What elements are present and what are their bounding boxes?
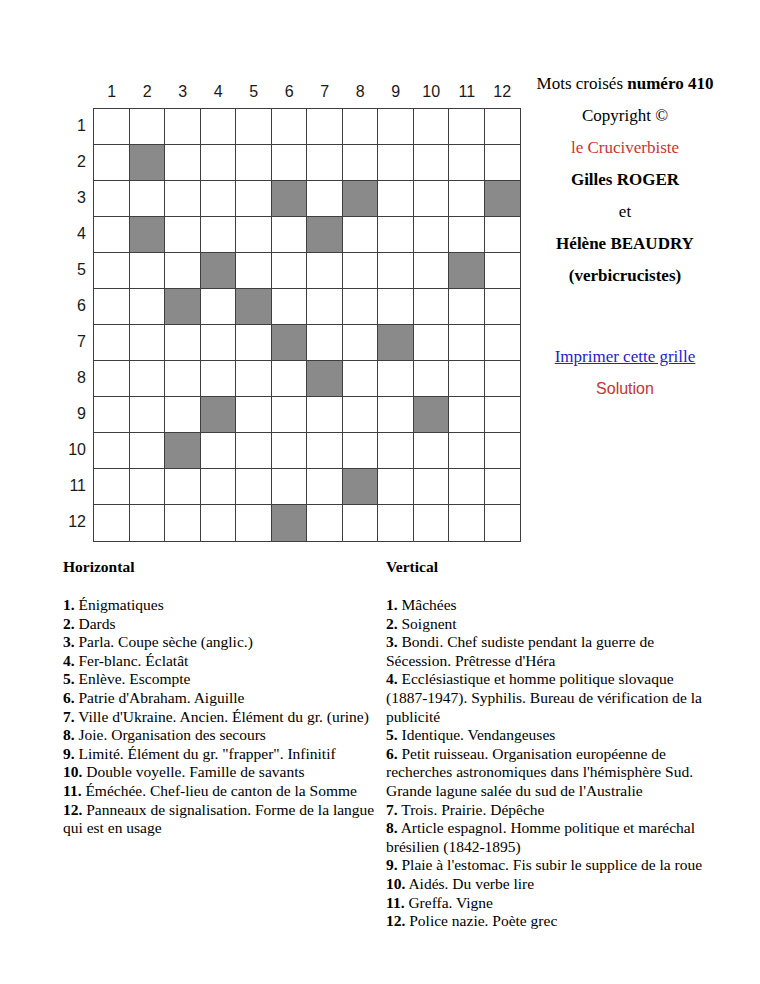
grid-cell-r12-c3 <box>165 505 201 541</box>
grid-cell-r3-c9 <box>378 181 414 217</box>
row-label-8: 8 <box>52 360 86 396</box>
grid-cell-r2-c12 <box>485 145 521 181</box>
clue-v-6: 6. Petit ruisseau. Organisation européen… <box>386 745 713 801</box>
clue-h-5: 5. Enlève. Escompte <box>63 670 383 689</box>
grid-cell-r5-c5 <box>236 253 272 289</box>
grid-cell-r12-c2 <box>130 505 166 541</box>
grid-cell-r5-c9 <box>378 253 414 289</box>
grid-cell-r4-c5 <box>236 217 272 253</box>
blocked-cell-r8-c7 <box>307 361 343 397</box>
grid-cell-r1-c3 <box>165 109 201 145</box>
col-label-7: 7 <box>307 80 343 104</box>
grid-cell-r7-c4 <box>201 325 237 361</box>
grid-cell-r7-c2 <box>130 325 166 361</box>
grid-cell-r1-c5 <box>236 109 272 145</box>
horizontal-clues-title: Horizontal <box>63 558 134 576</box>
clue-number: 7. <box>63 708 75 725</box>
clue-number: 2. <box>63 615 75 632</box>
grid-cell-r7-c8 <box>343 325 379 361</box>
clue-h-7: 7. Ville d'Ukraine. Ancien. Élément du g… <box>63 708 383 727</box>
row-label-5: 5 <box>52 252 86 288</box>
blocked-cell-r11-c8 <box>343 469 379 505</box>
row-label-9: 9 <box>52 396 86 432</box>
grid-cell-r9-c5 <box>236 397 272 433</box>
grid-cell-r11-c10 <box>414 469 450 505</box>
grid-cell-r9-c3 <box>165 397 201 433</box>
grid-cell-r1-c9 <box>378 109 414 145</box>
grid-cell-r6-c1 <box>94 289 130 325</box>
row-label-12: 12 <box>52 504 86 540</box>
grid-cell-r11-c9 <box>378 469 414 505</box>
grid-cell-r4-c11 <box>449 217 485 253</box>
grid-cell-r2-c6 <box>272 145 308 181</box>
blocked-cell-r10-c3 <box>165 433 201 469</box>
grid-cell-r5-c12 <box>485 253 521 289</box>
row-labels: 123456789101112 <box>52 108 86 540</box>
grid-cell-r2-c3 <box>165 145 201 181</box>
grid-cell-r3-c11 <box>449 181 485 217</box>
grid-cell-r12-c10 <box>414 505 450 541</box>
clue-v-11: 11. Greffa. Vigne <box>386 894 713 913</box>
crossword-grid <box>93 108 521 542</box>
grid-cell-r6-c4 <box>201 289 237 325</box>
grid-cell-r10-c7 <box>307 433 343 469</box>
grid-cell-r2-c4 <box>201 145 237 181</box>
clue-v-9: 9. Plaie à l'estomac. Fis subir le suppl… <box>386 856 713 875</box>
clue-v-2: 2. Soignent <box>386 615 713 634</box>
clue-number: 9. <box>386 856 398 873</box>
grid-cell-r11-c6 <box>272 469 308 505</box>
grid-cell-r11-c1 <box>94 469 130 505</box>
row-label-1: 1 <box>52 108 86 144</box>
grid-cell-r6-c11 <box>449 289 485 325</box>
grid-cell-r2-c1 <box>94 145 130 181</box>
clue-number: 8. <box>386 819 398 836</box>
clue-number: 1. <box>386 596 398 613</box>
clue-h-8: 8. Joie. Organisation des secours <box>63 726 383 745</box>
blocked-cell-r7-c6 <box>272 325 308 361</box>
grid-cell-r8-c3 <box>165 361 201 397</box>
authors-role: (verbicrucistes) <box>569 266 681 285</box>
horizontal-clues-list: 1. Énigmatiques2. Dards3. Parla. Coupe s… <box>63 596 383 838</box>
grid-cell-r11-c11 <box>449 469 485 505</box>
clue-h-4: 4. Fer-blanc. Éclatât <box>63 652 383 671</box>
grid-cell-r1-c8 <box>343 109 379 145</box>
grid-cell-r4-c10 <box>414 217 450 253</box>
grid-cell-r6-c2 <box>130 289 166 325</box>
grid-cell-r9-c9 <box>378 397 414 433</box>
print-grid-link[interactable]: Imprimer cette grille <box>555 347 696 366</box>
clue-number: 3. <box>63 633 75 650</box>
grid-cell-r2-c5 <box>236 145 272 181</box>
grid-cell-r6-c9 <box>378 289 414 325</box>
grid-cell-r10-c6 <box>272 433 308 469</box>
grid-cell-r8-c6 <box>272 361 308 397</box>
grid-cell-r3-c7 <box>307 181 343 217</box>
grid-cell-r4-c1 <box>94 217 130 253</box>
blocked-cell-r5-c11 <box>449 253 485 289</box>
grid-cell-r6-c8 <box>343 289 379 325</box>
row-label-4: 4 <box>52 216 86 252</box>
blocked-cell-r6-c3 <box>165 289 201 325</box>
grid-cell-r12-c7 <box>307 505 343 541</box>
grid-cell-r7-c3 <box>165 325 201 361</box>
clue-h-12: 12. Panneaux de signalisation. Forme de … <box>63 801 383 838</box>
clue-number: 11. <box>386 894 405 911</box>
col-label-8: 8 <box>343 80 379 104</box>
grid-cell-r5-c10 <box>414 253 450 289</box>
col-label-11: 11 <box>449 80 485 104</box>
clue-number: 5. <box>386 726 398 743</box>
grid-cell-r10-c11 <box>449 433 485 469</box>
col-label-12: 12 <box>485 80 521 104</box>
grid-cell-r8-c4 <box>201 361 237 397</box>
grid-cell-r5-c3 <box>165 253 201 289</box>
grid-cell-r6-c10 <box>414 289 450 325</box>
grid-cell-r3-c3 <box>165 181 201 217</box>
grid-cell-r5-c7 <box>307 253 343 289</box>
grid-cell-r9-c2 <box>130 397 166 433</box>
grid-cell-r8-c12 <box>485 361 521 397</box>
clue-v-4: 4. Ecclésiastique et homme politique slo… <box>386 670 713 726</box>
blocked-cell-r7-c9 <box>378 325 414 361</box>
col-label-4: 4 <box>201 80 237 104</box>
grid-cell-r3-c1 <box>94 181 130 217</box>
grid-cell-r3-c4 <box>201 181 237 217</box>
clue-number: 10. <box>386 875 405 892</box>
header-panel: Mots croisés numéro 410 Copyright © le C… <box>520 74 730 411</box>
grid-cell-r3-c10 <box>414 181 450 217</box>
grid-cell-r8-c10 <box>414 361 450 397</box>
clue-number: 11. <box>63 782 82 799</box>
grid-cell-r10-c4 <box>201 433 237 469</box>
grid-cell-r10-c10 <box>414 433 450 469</box>
page-title: Mots croisés numéro 410 <box>520 74 730 93</box>
grid-cell-r10-c2 <box>130 433 166 469</box>
grid-cell-r9-c6 <box>272 397 308 433</box>
grid-cell-r3-c5 <box>236 181 272 217</box>
blocked-cell-r4-c2 <box>130 217 166 253</box>
grid-cell-r1-c10 <box>414 109 450 145</box>
grid-cell-r10-c12 <box>485 433 521 469</box>
grid-cell-r12-c1 <box>94 505 130 541</box>
col-label-6: 6 <box>272 80 308 104</box>
site-name: le Cruciverbiste <box>520 138 730 157</box>
vertical-clues-title: Vertical <box>386 558 438 576</box>
grid-cell-r11-c4 <box>201 469 237 505</box>
clue-v-1: 1. Mâchées <box>386 596 713 615</box>
grid-cell-r11-c7 <box>307 469 343 505</box>
clue-v-3: 3. Bondi. Chef sudiste pendant la guerre… <box>386 633 713 670</box>
grid-cell-r2-c11 <box>449 145 485 181</box>
grid-cell-r2-c7 <box>307 145 343 181</box>
grid-cell-r5-c6 <box>272 253 308 289</box>
grid-cell-r11-c12 <box>485 469 521 505</box>
clue-number: 6. <box>63 689 75 706</box>
grid-cell-r11-c5 <box>236 469 272 505</box>
grid-cell-r9-c11 <box>449 397 485 433</box>
clue-number: 1. <box>63 596 75 613</box>
grid-cell-r9-c7 <box>307 397 343 433</box>
copyright-text: Copyright © <box>520 106 730 125</box>
col-label-1: 1 <box>94 80 130 104</box>
grid-cell-r1-c1 <box>94 109 130 145</box>
grid-cell-r1-c2 <box>130 109 166 145</box>
grid-cell-r8-c1 <box>94 361 130 397</box>
grid-cell-r8-c11 <box>449 361 485 397</box>
grid-cell-r8-c5 <box>236 361 272 397</box>
grid-cell-r9-c12 <box>485 397 521 433</box>
clue-number: 7. <box>386 801 398 818</box>
clue-v-5: 5. Identique. Vendangeuses <box>386 726 713 745</box>
grid-cell-r1-c6 <box>272 109 308 145</box>
blocked-cell-r3-c8 <box>343 181 379 217</box>
vertical-clues-list: 1. Mâchées2. Soignent3. Bondi. Chef sudi… <box>386 596 713 931</box>
grid-cell-r2-c10 <box>414 145 450 181</box>
row-label-6: 6 <box>52 288 86 324</box>
clue-v-7: 7. Trois. Prairie. Dépêche <box>386 801 713 820</box>
grid-cell-r12-c5 <box>236 505 272 541</box>
col-label-5: 5 <box>236 80 272 104</box>
blocked-cell-r12-c6 <box>272 505 308 541</box>
clue-number: 8. <box>63 726 75 743</box>
solution-link[interactable]: Solution <box>596 380 654 397</box>
grid-cell-r8-c8 <box>343 361 379 397</box>
author-2: Hélène BEAUDRY <box>556 234 694 253</box>
grid-cell-r7-c7 <box>307 325 343 361</box>
col-label-9: 9 <box>378 80 414 104</box>
clue-h-10: 10. Double voyelle. Famille de savants <box>63 763 383 782</box>
row-label-3: 3 <box>52 180 86 216</box>
row-label-11: 11 <box>52 468 86 504</box>
grid-cell-r10-c1 <box>94 433 130 469</box>
grid-cell-r1-c12 <box>485 109 521 145</box>
grid-cell-r4-c8 <box>343 217 379 253</box>
clue-number: 2. <box>386 615 398 632</box>
grid-cell-r12-c12 <box>485 505 521 541</box>
grid-cell-r6-c12 <box>485 289 521 325</box>
blocked-cell-r5-c4 <box>201 253 237 289</box>
grid-cell-r1-c4 <box>201 109 237 145</box>
grid-cell-r10-c5 <box>236 433 272 469</box>
grid-cell-r4-c12 <box>485 217 521 253</box>
clue-number: 5. <box>63 670 75 687</box>
clue-number: 12. <box>63 801 82 818</box>
row-label-7: 7 <box>52 324 86 360</box>
grid-cell-r5-c2 <box>130 253 166 289</box>
clue-number: 12. <box>386 912 405 929</box>
grid-cell-r11-c3 <box>165 469 201 505</box>
row-label-2: 2 <box>52 144 86 180</box>
grid-cell-r7-c5 <box>236 325 272 361</box>
grid-cell-r7-c10 <box>414 325 450 361</box>
clue-h-3: 3. Parla. Coupe sèche (anglic.) <box>63 633 383 652</box>
grid-cell-r3-c2 <box>130 181 166 217</box>
grid-cell-r4-c3 <box>165 217 201 253</box>
clue-number: 9. <box>63 745 75 762</box>
grid-cell-r6-c7 <box>307 289 343 325</box>
blocked-cell-r6-c5 <box>236 289 272 325</box>
grid-cell-r2-c9 <box>378 145 414 181</box>
grid-cell-r1-c7 <box>307 109 343 145</box>
grid-cell-r12-c9 <box>378 505 414 541</box>
conjunction-text: et <box>520 202 730 221</box>
grid-cell-r12-c11 <box>449 505 485 541</box>
blocked-cell-r4-c7 <box>307 217 343 253</box>
clue-number: 4. <box>386 670 398 687</box>
blocked-cell-r3-c12 <box>485 181 521 217</box>
column-labels: 123456789101112 <box>94 80 520 104</box>
clue-h-9: 9. Limité. Élément du gr. "frapper". Inf… <box>63 745 383 764</box>
clue-v-12: 12. Police nazie. Poète grec <box>386 912 713 931</box>
grid-cell-r7-c11 <box>449 325 485 361</box>
clue-h-1: 1. Énigmatiques <box>63 596 383 615</box>
blocked-cell-r2-c2 <box>130 145 166 181</box>
grid-cell-r7-c1 <box>94 325 130 361</box>
grid-cell-r4-c4 <box>201 217 237 253</box>
clue-number: 10. <box>63 763 82 780</box>
grid-cell-r9-c8 <box>343 397 379 433</box>
row-label-10: 10 <box>52 432 86 468</box>
author-1: Gilles ROGER <box>571 170 679 189</box>
col-label-10: 10 <box>414 80 450 104</box>
col-label-2: 2 <box>130 80 166 104</box>
clue-h-2: 2. Dards <box>63 615 383 634</box>
blocked-cell-r9-c10 <box>414 397 450 433</box>
grid-cell-r11-c2 <box>130 469 166 505</box>
blocked-cell-r9-c4 <box>201 397 237 433</box>
clue-number: 4. <box>63 652 75 669</box>
grid-cell-r4-c9 <box>378 217 414 253</box>
grid-cell-r4-c6 <box>272 217 308 253</box>
grid-cell-r8-c2 <box>130 361 166 397</box>
grid-cell-r9-c1 <box>94 397 130 433</box>
grid-cell-r5-c1 <box>94 253 130 289</box>
col-label-3: 3 <box>165 80 201 104</box>
clue-h-11: 11. Éméchée. Chef-lieu de canton de la S… <box>63 782 383 801</box>
clue-number: 3. <box>386 633 398 650</box>
grid-cell-r1-c11 <box>449 109 485 145</box>
grid-cell-r7-c12 <box>485 325 521 361</box>
blocked-cell-r3-c6 <box>272 181 308 217</box>
clue-v-10: 10. Aidés. Du verbe lire <box>386 875 713 894</box>
grid-cell-r8-c9 <box>378 361 414 397</box>
clue-number: 6. <box>386 745 398 762</box>
grid-cell-r12-c4 <box>201 505 237 541</box>
grid-cell-r2-c8 <box>343 145 379 181</box>
grid-cell-r12-c8 <box>343 505 379 541</box>
clue-h-6: 6. Patrie d'Abraham. Aiguille <box>63 689 383 708</box>
clue-v-8: 8. Article espagnol. Homme politique et … <box>386 819 713 856</box>
grid-cell-r5-c8 <box>343 253 379 289</box>
grid-cell-r10-c8 <box>343 433 379 469</box>
grid-cell-r10-c9 <box>378 433 414 469</box>
grid-cell-r6-c6 <box>272 289 308 325</box>
